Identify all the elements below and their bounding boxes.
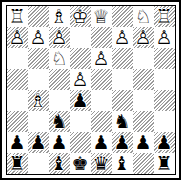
square-g8[interactable] [28,153,49,174]
square-c8[interactable]: ♝ [112,153,133,174]
white-pawn-piece-body: ♟ [49,27,70,48]
square-d2[interactable] [91,27,112,48]
black-pawn-piece: ♟ [91,132,112,153]
white-king-piece-body: ♚ [70,6,91,27]
white-bishop-piece: ♗ [28,90,49,111]
white-pawn-piece: ♙ [91,48,112,69]
black-pawn-piece: ♟ [49,132,70,153]
square-c7[interactable]: ♟ [112,132,133,153]
black-bishop-piece: ♝ [49,153,70,174]
chess-diagram: ♜♖♝♗♚♔♛♕♞♘♜♖♟♙♟♙♟♙♟♙♟♙♟♙♞♘♟♙♟♙♝♗♟♞♞♟♟♟♟♟… [0,0,181,180]
white-rook-piece: ♖ [154,6,175,27]
white-pawn-piece: ♙ [70,69,91,90]
square-b6[interactable] [133,111,154,132]
white-knight-piece: ♘ [133,6,154,27]
black-queen-piece: ♛ [91,153,112,174]
square-b7[interactable]: ♟ [133,132,154,153]
black-pawn-piece: ♟ [133,132,154,153]
white-queen-piece: ♕ [91,6,112,27]
white-knight-piece-body: ♞ [133,6,154,27]
square-f5[interactable] [49,90,70,111]
square-e4[interactable]: ♟♙ [70,69,91,90]
square-a5[interactable] [154,90,175,111]
square-a7[interactable]: ♟ [154,132,175,153]
white-pawn-piece-body: ♟ [91,48,112,69]
square-h1[interactable]: ♜♖ [7,6,28,27]
square-a6[interactable] [154,111,175,132]
square-h2[interactable]: ♟♙ [7,27,28,48]
black-rook-piece: ♜ [7,153,28,174]
square-b2[interactable]: ♟♙ [133,27,154,48]
square-f3[interactable]: ♞♘ [49,48,70,69]
square-h6[interactable] [7,111,28,132]
black-king-piece: ♚ [70,153,91,174]
square-e5[interactable]: ♟ [70,90,91,111]
white-bishop-piece: ♗ [49,6,70,27]
square-e7[interactable] [70,132,91,153]
white-pawn-piece-body: ♟ [154,27,175,48]
white-knight-piece-body: ♞ [49,48,70,69]
square-a1[interactable]: ♜♖ [154,6,175,27]
square-h8[interactable]: ♜ [7,153,28,174]
black-knight-piece: ♞ [112,111,133,132]
square-e1[interactable]: ♚♔ [70,6,91,27]
square-b5[interactable] [133,90,154,111]
white-queen-piece-body: ♛ [91,6,112,27]
black-pawn-piece: ♟ [154,132,175,153]
square-e2[interactable] [70,27,91,48]
square-h3[interactable] [7,48,28,69]
white-pawn-piece-body: ♟ [70,69,91,90]
square-c1[interactable] [112,6,133,27]
square-d1[interactable]: ♛♕ [91,6,112,27]
white-pawn-piece: ♙ [49,27,70,48]
white-king-piece: ♔ [70,6,91,27]
white-pawn-piece: ♙ [154,27,175,48]
square-g1[interactable] [28,6,49,27]
square-g6[interactable] [28,111,49,132]
square-c4[interactable] [112,69,133,90]
square-b4[interactable] [133,69,154,90]
square-f1[interactable]: ♝♗ [49,6,70,27]
black-pawn-piece: ♟ [112,132,133,153]
square-e6[interactable] [70,111,91,132]
white-pawn-piece-body: ♟ [133,27,154,48]
square-a2[interactable]: ♟♙ [154,27,175,48]
square-d5[interactable] [91,90,112,111]
square-b8[interactable] [133,153,154,174]
square-d4[interactable] [91,69,112,90]
white-pawn-piece-body: ♟ [112,27,133,48]
white-bishop-piece-body: ♝ [49,6,70,27]
square-a8[interactable]: ♜ [154,153,175,174]
square-h5[interactable] [7,90,28,111]
square-d3[interactable]: ♟♙ [91,48,112,69]
square-h4[interactable] [7,69,28,90]
square-d6[interactable] [91,111,112,132]
white-pawn-piece: ♙ [133,27,154,48]
square-d8[interactable]: ♛ [91,153,112,174]
square-g4[interactable] [28,69,49,90]
square-f8[interactable]: ♝ [49,153,70,174]
white-rook-piece-body: ♜ [154,6,175,27]
square-f6[interactable]: ♞ [49,111,70,132]
square-g5[interactable]: ♝♗ [28,90,49,111]
square-f2[interactable]: ♟♙ [49,27,70,48]
square-g3[interactable] [28,48,49,69]
square-c2[interactable]: ♟♙ [112,27,133,48]
square-b1[interactable]: ♞♘ [133,6,154,27]
square-a3[interactable] [154,48,175,69]
white-rook-piece-body: ♜ [7,6,28,27]
black-pawn-piece: ♟ [70,90,91,111]
square-g2[interactable]: ♟♙ [28,27,49,48]
square-a4[interactable] [154,69,175,90]
square-c5[interactable] [112,90,133,111]
square-f7[interactable]: ♟ [49,132,70,153]
square-e3[interactable] [70,48,91,69]
black-rook-piece: ♜ [154,153,175,174]
white-pawn-piece: ♙ [112,27,133,48]
black-bishop-piece: ♝ [112,153,133,174]
white-knight-piece: ♘ [49,48,70,69]
white-rook-piece: ♖ [7,6,28,27]
square-h7[interactable]: ♟ [7,132,28,153]
white-pawn-piece-body: ♟ [7,27,28,48]
square-c3[interactable] [112,48,133,69]
white-pawn-piece: ♙ [28,27,49,48]
square-f4[interactable] [49,69,70,90]
chess-board: ♜♖♝♗♚♔♛♕♞♘♜♖♟♙♟♙♟♙♟♙♟♙♟♙♞♘♟♙♟♙♝♗♟♞♞♟♟♟♟♟… [6,5,176,175]
square-g7[interactable]: ♟ [28,132,49,153]
black-knight-piece: ♞ [49,111,70,132]
black-pawn-piece: ♟ [28,132,49,153]
square-d7[interactable]: ♟ [91,132,112,153]
white-pawn-piece-body: ♟ [28,27,49,48]
square-b3[interactable] [133,48,154,69]
square-c6[interactable]: ♞ [112,111,133,132]
white-bishop-piece-body: ♝ [28,90,49,111]
black-pawn-piece: ♟ [7,132,28,153]
white-pawn-piece: ♙ [7,27,28,48]
square-e8[interactable]: ♚ [70,153,91,174]
